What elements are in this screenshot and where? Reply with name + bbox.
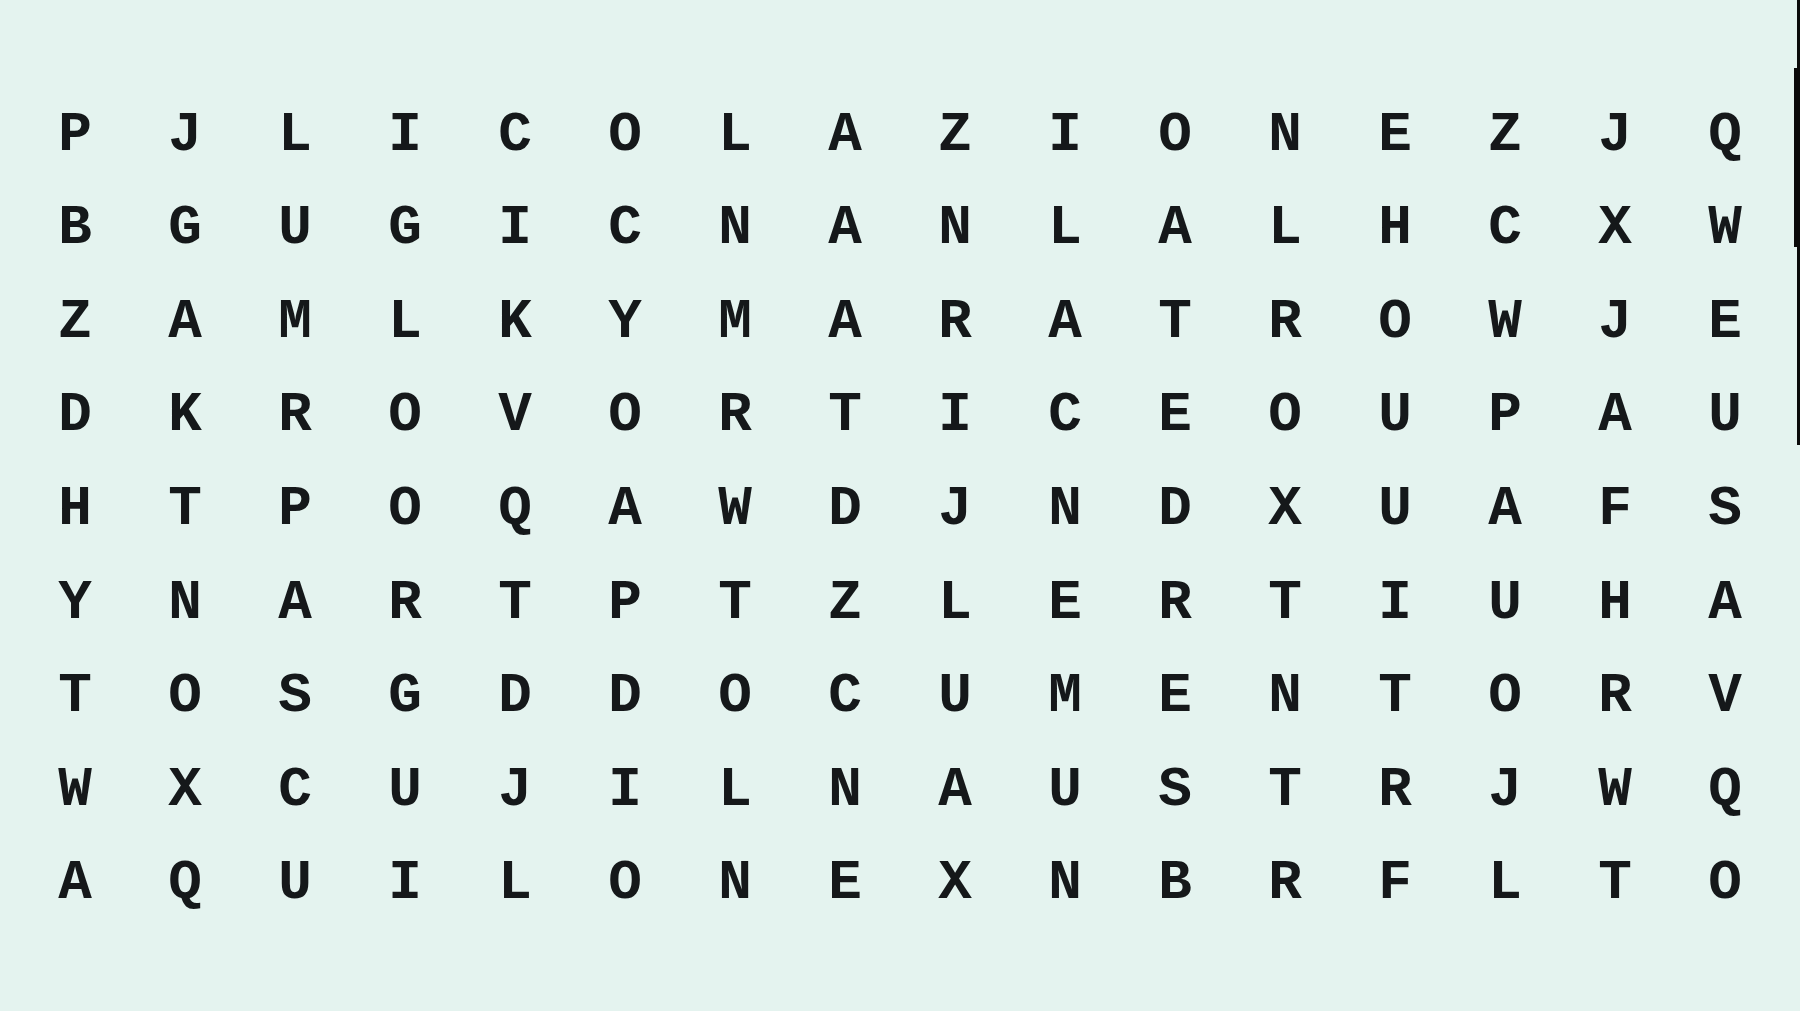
grid-cell[interactable]: V (1670, 649, 1780, 743)
grid-cell[interactable]: R (1340, 743, 1450, 837)
grid-cell[interactable]: C (1450, 182, 1560, 276)
grid-cell[interactable]: J (900, 462, 1010, 556)
word-search-grid: PJLICOLAZIONEZJQBGUGICNANLALHCXWZAMLKYMA… (20, 88, 1780, 930)
grid-cell[interactable]: U (350, 743, 460, 837)
grid-cell[interactable]: E (1120, 649, 1230, 743)
grid-cell[interactable]: S (240, 649, 350, 743)
grid-cell[interactable]: S (1670, 462, 1780, 556)
grid-cell[interactable]: W (20, 743, 130, 837)
grid-cell[interactable]: A (1670, 556, 1780, 650)
grid-cell[interactable]: A (1010, 275, 1120, 369)
grid-cell[interactable]: R (680, 369, 790, 463)
grid-cell[interactable]: C (790, 649, 900, 743)
grid-cell[interactable]: E (1670, 275, 1780, 369)
grid-cell[interactable]: C (570, 182, 680, 276)
grid-cell[interactable]: U (1340, 369, 1450, 463)
grid-cell[interactable]: P (1450, 369, 1560, 463)
grid-cell[interactable]: V (460, 369, 570, 463)
grid-cell[interactable]: G (130, 182, 240, 276)
grid-cell[interactable]: U (240, 836, 350, 930)
grid-cell[interactable]: J (1450, 743, 1560, 837)
grid-cell[interactable]: N (900, 182, 1010, 276)
grid-cell[interactable]: R (1120, 556, 1230, 650)
grid-cell[interactable]: T (1120, 275, 1230, 369)
grid-cell[interactable]: A (240, 556, 350, 650)
grid-cell[interactable]: J (1560, 275, 1670, 369)
grid-cell[interactable]: Z (20, 275, 130, 369)
grid-cell[interactable]: Q (1670, 743, 1780, 837)
grid-cell[interactable]: E (790, 836, 900, 930)
grid-cell[interactable]: R (1560, 649, 1670, 743)
grid-cell[interactable]: T (1230, 556, 1340, 650)
grid-cell[interactable]: O (130, 649, 240, 743)
grid-cell[interactable]: J (130, 88, 240, 182)
scrollbar-thumb[interactable] (1794, 68, 1800, 247)
grid-cell[interactable]: N (1010, 462, 1120, 556)
grid-cell[interactable]: C (240, 743, 350, 837)
grid-cell[interactable]: O (570, 88, 680, 182)
grid-cell[interactable]: L (1010, 182, 1120, 276)
grid-cell[interactable]: A (790, 88, 900, 182)
grid-cell[interactable]: X (900, 836, 1010, 930)
grid-cell[interactable]: R (350, 556, 460, 650)
grid-cell[interactable]: L (460, 836, 570, 930)
grid-cell[interactable]: W (1450, 275, 1560, 369)
grid-cell[interactable]: T (20, 649, 130, 743)
grid-cell[interactable]: M (240, 275, 350, 369)
grid-cell[interactable]: P (570, 556, 680, 650)
grid-cell[interactable]: N (1230, 649, 1340, 743)
grid-cell[interactable]: U (900, 649, 1010, 743)
grid-cell[interactable]: Q (460, 462, 570, 556)
grid-cell[interactable]: I (900, 369, 1010, 463)
grid-cell[interactable]: F (1560, 462, 1670, 556)
grid-cell[interactable]: U (1670, 369, 1780, 463)
grid-cell[interactable]: N (1010, 836, 1120, 930)
grid-cell[interactable]: A (570, 462, 680, 556)
grid-cell[interactable]: T (680, 556, 790, 650)
grid-cell[interactable]: H (20, 462, 130, 556)
grid-cell[interactable]: N (130, 556, 240, 650)
grid-cell[interactable]: Y (570, 275, 680, 369)
grid-cell[interactable]: A (20, 836, 130, 930)
grid-cell[interactable]: Q (1670, 88, 1780, 182)
grid-cell[interactable]: I (350, 836, 460, 930)
grid-cell[interactable]: F (1340, 836, 1450, 930)
grid-cell[interactable]: X (1560, 182, 1670, 276)
grid-cell[interactable]: I (570, 743, 680, 837)
grid-cell[interactable]: N (1230, 88, 1340, 182)
grid-cell[interactable]: S (1120, 743, 1230, 837)
grid-cell[interactable]: C (1010, 369, 1120, 463)
grid-cell[interactable]: E (1120, 369, 1230, 463)
grid-cell[interactable]: A (1560, 369, 1670, 463)
grid-cell[interactable]: I (1340, 556, 1450, 650)
grid-cell[interactable]: C (460, 88, 570, 182)
grid-cell[interactable]: N (790, 743, 900, 837)
grid-cell[interactable]: A (790, 275, 900, 369)
grid-cell[interactable]: Q (130, 836, 240, 930)
grid-cell[interactable]: D (1120, 462, 1230, 556)
grid-cell[interactable]: O (1450, 649, 1560, 743)
grid-cell[interactable]: H (1560, 556, 1670, 650)
grid-cell[interactable]: A (900, 743, 1010, 837)
grid-cell[interactable]: D (790, 462, 900, 556)
grid-cell[interactable]: I (460, 182, 570, 276)
grid-cell[interactable]: O (350, 462, 460, 556)
grid-cell[interactable]: P (240, 462, 350, 556)
grid-cell[interactable]: A (1450, 462, 1560, 556)
grid-cell[interactable]: N (680, 836, 790, 930)
grid-cell[interactable]: A (1120, 182, 1230, 276)
grid-cell[interactable]: T (130, 462, 240, 556)
grid-cell[interactable]: U (240, 182, 350, 276)
grid-cell[interactable]: P (20, 88, 130, 182)
grid-cell[interactable]: X (1230, 462, 1340, 556)
grid-cell[interactable]: R (900, 275, 1010, 369)
grid-cell[interactable]: O (570, 369, 680, 463)
grid-cell[interactable]: L (680, 743, 790, 837)
grid-cell[interactable]: L (1230, 182, 1340, 276)
grid-cell[interactable]: L (1450, 836, 1560, 930)
grid-cell[interactable]: K (460, 275, 570, 369)
grid-cell[interactable]: L (900, 556, 1010, 650)
grid-cell[interactable]: U (1010, 743, 1120, 837)
grid-cell[interactable]: B (1120, 836, 1230, 930)
grid-cell[interactable]: T (1230, 743, 1340, 837)
grid-cell[interactable]: D (570, 649, 680, 743)
grid-cell[interactable]: L (240, 88, 350, 182)
grid-cell[interactable]: R (1230, 836, 1340, 930)
grid-cell[interactable]: K (130, 369, 240, 463)
grid-cell[interactable]: L (350, 275, 460, 369)
grid-cell[interactable]: R (240, 369, 350, 463)
grid-cell[interactable]: R (1230, 275, 1340, 369)
grid-cell[interactable]: I (1010, 88, 1120, 182)
grid-cell[interactable]: T (1340, 649, 1450, 743)
grid-cell[interactable]: Y (20, 556, 130, 650)
grid-cell[interactable]: B (20, 182, 130, 276)
grid-cell[interactable]: T (460, 556, 570, 650)
grid-cell[interactable]: M (680, 275, 790, 369)
grid-cell[interactable]: L (680, 88, 790, 182)
grid-cell[interactable]: A (790, 182, 900, 276)
grid-cell[interactable]: T (790, 369, 900, 463)
grid-cell[interactable]: O (1120, 88, 1230, 182)
grid-cell[interactable]: M (1010, 649, 1120, 743)
grid-cell[interactable]: O (1670, 836, 1780, 930)
grid-cell[interactable]: D (460, 649, 570, 743)
grid-cell[interactable]: O (570, 836, 680, 930)
grid-cell[interactable]: O (1230, 369, 1340, 463)
grid-cell[interactable]: T (1560, 836, 1670, 930)
grid-cell[interactable]: Z (900, 88, 1010, 182)
grid-cell[interactable]: Z (790, 556, 900, 650)
grid-cell[interactable]: O (1340, 275, 1450, 369)
grid-cell[interactable]: J (460, 743, 570, 837)
grid-cell[interactable]: W (680, 462, 790, 556)
grid-cell[interactable]: E (1010, 556, 1120, 650)
grid-cell[interactable]: A (130, 275, 240, 369)
grid-cell[interactable]: U (1340, 462, 1450, 556)
grid-cell[interactable]: G (350, 182, 460, 276)
grid-cell[interactable]: O (350, 369, 460, 463)
grid-cell[interactable]: G (350, 649, 460, 743)
grid-cell[interactable]: D (20, 369, 130, 463)
grid-cell[interactable]: X (130, 743, 240, 837)
grid-cell[interactable]: E (1340, 88, 1450, 182)
grid-cell[interactable]: U (1450, 556, 1560, 650)
grid-cell[interactable]: O (680, 649, 790, 743)
grid-cell[interactable]: N (680, 182, 790, 276)
grid-cell[interactable]: W (1670, 182, 1780, 276)
grid-cell[interactable]: W (1560, 743, 1670, 837)
grid-cell[interactable]: J (1560, 88, 1670, 182)
grid-cell[interactable]: I (350, 88, 460, 182)
grid-cell[interactable]: Z (1450, 88, 1560, 182)
grid-cell[interactable]: H (1340, 182, 1450, 276)
